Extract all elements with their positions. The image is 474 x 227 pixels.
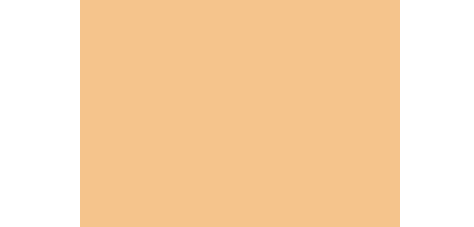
screenshot-canvas [0,0,474,227]
board-illustration [80,0,400,227]
perspective-board [80,0,400,227]
